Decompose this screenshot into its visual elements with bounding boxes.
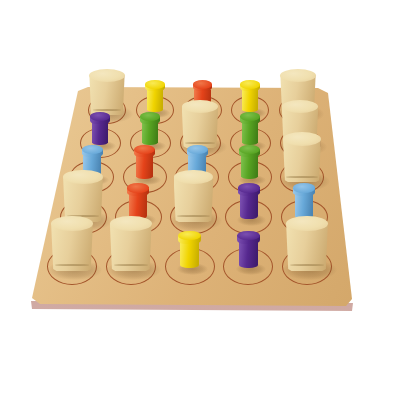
peg-body: [240, 194, 258, 219]
peg-green[interactable]: [140, 112, 160, 145]
peg-body: [147, 90, 163, 112]
peg-blue[interactable]: [293, 183, 315, 219]
wooden-cup[interactable]: [89, 69, 124, 116]
peg-cap-top: [145, 80, 165, 88]
peg-purple[interactable]: [90, 112, 110, 145]
wooden-cup[interactable]: [51, 216, 93, 271]
peg-cap-top: [187, 145, 208, 154]
peg-cap-top: [240, 80, 260, 88]
wooden-cup[interactable]: [110, 216, 152, 271]
peg-cap-top: [90, 112, 110, 120]
cup-rim-line: [185, 142, 215, 144]
peg-yellow[interactable]: [240, 80, 260, 112]
peg-green[interactable]: [239, 145, 260, 179]
photo-canvas: [0, 0, 400, 400]
peg-cap-top: [82, 145, 103, 154]
peg-body: [242, 90, 258, 112]
peg-cap-top: [140, 112, 160, 120]
peg-body: [92, 122, 109, 145]
peg-cap-top: [127, 183, 149, 192]
peg-yellow[interactable]: [178, 231, 201, 268]
peg-purple[interactable]: [238, 183, 260, 219]
cup-top-face: [283, 132, 321, 146]
cup-top-face: [63, 170, 103, 185]
peg-body: [239, 242, 258, 268]
wooden-cup[interactable]: [174, 170, 214, 223]
peg-cap-top: [238, 183, 260, 192]
cup-top-face: [89, 69, 124, 82]
peg-red[interactable]: [134, 145, 155, 179]
peg-cap-top: [293, 183, 315, 192]
wooden-cup[interactable]: [286, 216, 328, 271]
cup-rim-line: [286, 176, 317, 178]
peg-body: [180, 242, 199, 268]
wooden-cup[interactable]: [182, 100, 218, 148]
peg-yellow[interactable]: [145, 80, 165, 112]
peg-cap-top: [134, 145, 155, 154]
peg-body: [142, 122, 159, 145]
peg-body: [241, 156, 258, 179]
peg-purple[interactable]: [237, 231, 260, 268]
peg-body: [242, 122, 259, 145]
cup-top-face: [280, 69, 315, 82]
peg-cap-top: [239, 145, 260, 154]
peg-cap-top: [240, 112, 260, 120]
peg-body: [136, 156, 153, 179]
peg-cap-top: [237, 231, 260, 241]
wooden-cup[interactable]: [283, 132, 321, 182]
cup-rim-line: [93, 109, 122, 111]
wooden-cup[interactable]: [63, 170, 103, 223]
peg-cap-top: [193, 80, 213, 88]
peg-green[interactable]: [240, 112, 260, 145]
peg-red[interactable]: [127, 183, 149, 219]
